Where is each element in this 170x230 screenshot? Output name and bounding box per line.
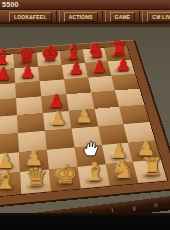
title-bar: 5500 bbox=[0, 0, 170, 10]
bottom-black-strip bbox=[0, 213, 170, 230]
square-c4[interactable] bbox=[0, 115, 18, 135]
file-label-h: h bbox=[155, 202, 158, 207]
toolbar-button-cm-live[interactable]: CM LIVE bbox=[147, 12, 170, 22]
red-pawn-c7[interactable]: ♟ bbox=[0, 64, 19, 83]
wood-bishop-c1[interactable]: ♝ bbox=[0, 167, 26, 195]
square-f7[interactable]: ♟ bbox=[62, 63, 88, 79]
toolbar-divider bbox=[139, 11, 143, 22]
window-title: 5500 bbox=[2, 1, 19, 8]
square-c1[interactable]: ♝ bbox=[0, 172, 22, 197]
toolbar-divider bbox=[56, 11, 60, 22]
board-scene: ♜♞♝♛♚♝♞♜♟♟♟♟♟♟♟♟♟♟♟♟♟♟♟♟♜♞♝♛♚♝♞♜ abcdefg… bbox=[0, 24, 170, 213]
app-window: 5500 LOOK&FEELACTIONSGAMECM LIVEMEN ♜♞♝♛… bbox=[0, 0, 170, 230]
square-c5[interactable] bbox=[0, 98, 17, 117]
game-scene: ♜♞♝♛♚♝♞♜♟♟♟♟♟♟♟♟♟♟♟♟♟♟♟♟♜♞♝♛♚♝♞♜ abcdefg… bbox=[0, 24, 170, 213]
board-grid: ♜♞♝♛♚♝♞♜♟♟♟♟♟♟♟♟♟♟♟♟♟♟♟♟♜♞♝♛♚♝♞♜ bbox=[0, 46, 167, 202]
chessboard: ♜♞♝♛♚♝♞♜♟♟♟♟♟♟♟♟♟♟♟♟♟♟♟♟♜♞♝♛♚♝♞♜ bbox=[0, 39, 170, 213]
square-c7[interactable]: ♟ bbox=[0, 68, 15, 85]
hand-cursor-icon bbox=[80, 136, 102, 158]
wood-pawn-e4[interactable]: ♟ bbox=[41, 108, 76, 129]
square-h5[interactable] bbox=[115, 89, 144, 107]
red-pawn-f7[interactable]: ♟ bbox=[60, 59, 92, 78]
toolbar-button-actions[interactable]: ACTIONS bbox=[64, 12, 98, 22]
square-e3[interactable] bbox=[45, 128, 74, 149]
square-h4[interactable] bbox=[119, 105, 149, 124]
file-label-g: g bbox=[132, 205, 135, 210]
toolbar: LOOK&FEELACTIONSGAMECM LIVEMEN bbox=[0, 10, 170, 24]
square-e4[interactable]: ♟ bbox=[43, 111, 71, 131]
toolbar-button-look-feel[interactable]: LOOK&FEEL bbox=[9, 12, 52, 22]
toolbar-divider bbox=[102, 11, 106, 22]
square-h6[interactable] bbox=[111, 74, 139, 91]
toolbar-button-game[interactable]: GAME bbox=[110, 12, 136, 22]
